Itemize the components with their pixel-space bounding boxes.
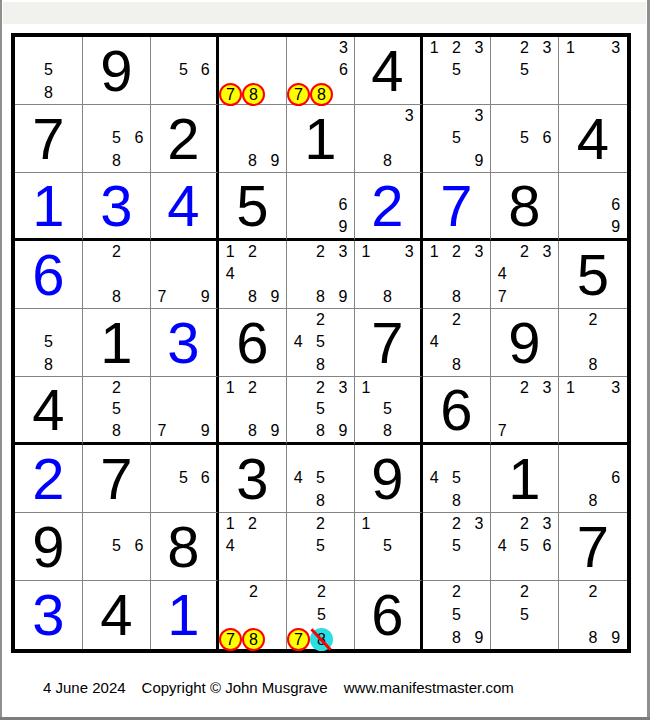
cell-r8c1[interactable]: 9: [15, 513, 83, 581]
candidate-slot-4: [219, 59, 242, 81]
candidate-slot-3: 3: [398, 105, 420, 127]
cell-r3c8[interactable]: 8: [491, 173, 559, 241]
candidate-slot-5: [173, 263, 195, 285]
candidate-slot-8: [173, 420, 195, 442]
cell-r2c3[interactable]: 2: [151, 105, 219, 173]
cell-r7c9[interactable]: 68: [559, 445, 627, 513]
candidate-slot-7: 7: [287, 626, 310, 649]
cell-r2c9[interactable]: 4: [559, 105, 627, 173]
candidate-slot-5: [582, 399, 605, 421]
cell-r3c2[interactable]: 3: [83, 173, 151, 241]
candidate-slot-4: 4: [423, 331, 445, 353]
cell-r1c7[interactable]: 1235: [423, 37, 491, 105]
candidate-slot-3: [332, 309, 354, 331]
candidate-slot-4: [219, 399, 241, 421]
candidate-slot-1: [423, 105, 445, 127]
candidate-slot-7: 7: [491, 420, 513, 442]
cell-r1c8[interactable]: 235: [491, 37, 559, 105]
candidate-slot-1: [287, 37, 310, 59]
cell-r1c6[interactable]: 4: [355, 37, 423, 105]
candidate-slot-8: [173, 490, 195, 512]
candidate-slot-8: 8: [445, 354, 467, 376]
candidate-slot-8: 8: [241, 286, 263, 308]
cell-r2c6[interactable]: 38: [355, 105, 423, 173]
solved-digit: 3: [83, 173, 150, 238]
cell-r2c1[interactable]: 7: [15, 105, 83, 173]
candidate-slot-3: [264, 377, 286, 399]
given-digit: 7: [559, 513, 627, 580]
cell-r4c3[interactable]: 79: [151, 241, 219, 309]
candidate-slot-7: [287, 420, 309, 442]
candidate-grid: 69: [287, 173, 354, 238]
cell-r3c5[interactable]: 69: [287, 173, 355, 241]
given-digit: 1: [491, 445, 558, 512]
candidate-slot-3: 3: [536, 241, 558, 263]
cell-r6c3[interactable]: 79: [151, 377, 219, 445]
candidate-slot-7: [423, 150, 445, 172]
cell-r5c1[interactable]: 58: [15, 309, 83, 377]
candidate-slot-1: [355, 105, 377, 127]
candidate-slot-8: [445, 150, 467, 172]
given-digit: 9: [491, 309, 558, 376]
candidate-slot-4: [83, 535, 105, 557]
cell-r3c3[interactable]: 4: [151, 173, 219, 241]
candidate-slot-3: [536, 105, 558, 127]
candidate-slot-9: 9: [604, 626, 627, 649]
candidate-grid: 69: [559, 173, 627, 238]
candidate-slot-8: 8: [582, 626, 605, 649]
candidate-slot-9: [604, 82, 627, 104]
cell-r9c7[interactable]: 2589: [423, 581, 491, 649]
cell-r8c6[interactable]: 15: [355, 513, 423, 581]
candidate-slot-9: 9: [468, 150, 490, 172]
cell-r3c1[interactable]: 1: [15, 173, 83, 241]
candidate-slot-2: 2: [513, 581, 535, 604]
candidate-slot-8: 8: [582, 490, 605, 512]
cell-r4c1[interactable]: 6: [15, 241, 83, 309]
candidate-slot-9: [265, 81, 286, 104]
candidate-slot-7: [83, 150, 105, 172]
candidate-grid: 12489: [219, 241, 286, 308]
candidate-slot-6: [332, 399, 354, 421]
candidate-slot-4: [15, 331, 37, 353]
candidate-slot-6: [60, 331, 82, 353]
candidate-slot-3: [265, 37, 286, 59]
candidate-slot-3: [468, 581, 490, 604]
cell-r1c3[interactable]: 56: [151, 37, 219, 105]
cell-r7c3[interactable]: 56: [151, 445, 219, 513]
candidate-slot-9: 9: [264, 286, 286, 308]
candidate-slot-7: [83, 420, 105, 442]
candidate-slot-3: [398, 377, 420, 399]
candidate-slot-2: 2: [309, 241, 331, 263]
candidate-slot-4: [83, 399, 105, 421]
footer-website: www.manifestmaster.com: [344, 679, 514, 696]
candidate-slot-8: [309, 558, 331, 580]
candidate-slot-3: [264, 513, 286, 535]
candidate-slot-6: 6: [194, 59, 216, 81]
candidate-slot-9: 9: [332, 286, 354, 308]
candidate-slot-5: 5: [309, 535, 331, 557]
candidate-slot-5: [309, 263, 331, 285]
candidate-slot-7: 7: [491, 286, 513, 308]
candidate-slot-2: 2: [582, 581, 605, 604]
candidate-slot-1: [219, 105, 241, 127]
candidate-grid: 289: [559, 581, 627, 649]
candidate-slot-5: 5: [173, 467, 195, 489]
candidate-grid: 25: [287, 513, 354, 580]
cell-r5c8[interactable]: 9: [491, 309, 559, 377]
candidate-grid: 58: [15, 37, 82, 104]
candidate-slot-5: [582, 467, 605, 489]
cell-r4c4[interactable]: 12489: [219, 241, 287, 309]
candidate-slot-8: 8: [377, 420, 399, 442]
cell-r5c7[interactable]: 248: [423, 309, 491, 377]
candidate-grid: 258: [83, 377, 150, 442]
given-digit: 2: [151, 105, 216, 172]
candidate-slot-1: [287, 241, 309, 263]
candidate-grid: 458: [423, 445, 490, 512]
candidate-slot-2: 2: [513, 377, 535, 399]
candidate-slot-2: [241, 105, 263, 127]
candidate-slot-1: 1: [559, 37, 582, 59]
cell-r8c3[interactable]: 8: [151, 513, 219, 581]
given-digit: 7: [355, 309, 420, 376]
cell-r8c9[interactable]: 7: [559, 513, 627, 581]
candidate-slot-7: [423, 354, 445, 376]
candidate-slot-3: [264, 105, 286, 127]
candidate-slot-6: [332, 467, 354, 489]
cell-r8c7[interactable]: 235: [423, 513, 491, 581]
cell-r9c6[interactable]: 6: [355, 581, 423, 649]
candidate-slot-7: [559, 626, 582, 649]
candidate-slot-6: [604, 604, 627, 627]
candidate-grid: 235: [423, 513, 490, 580]
candidate-slot-9: [128, 286, 150, 308]
candidate-slot-6: [468, 331, 490, 353]
cell-r4c9[interactable]: 5: [559, 241, 627, 309]
cell-r8c5[interactable]: 25: [287, 513, 355, 581]
given-digit: 9: [355, 445, 420, 512]
cell-r3c4[interactable]: 5: [219, 173, 287, 241]
candidate-slot-6: 6: [332, 195, 354, 217]
cell-r2c5[interactable]: 1: [287, 105, 355, 173]
candidate-slot-8: [309, 216, 331, 238]
candidate-slot-5: 5: [37, 331, 59, 353]
solved-digit: 3: [151, 309, 216, 376]
given-digit: 4: [83, 581, 150, 649]
cell-r2c8[interactable]: 56: [491, 105, 559, 173]
candidate-slot-8: [582, 216, 605, 238]
cell-r8c2[interactable]: 56: [83, 513, 151, 581]
candidate-slot-6: [264, 127, 286, 149]
candidate-slot-2: [310, 37, 333, 59]
candidate-slot-4: [83, 263, 105, 285]
given-digit: 9: [15, 513, 82, 580]
candidate-slot-4: [491, 59, 513, 81]
candidate-slot-7: [219, 286, 241, 308]
candidate-slot-9: 9: [604, 216, 627, 238]
candidate-slot-4: [423, 604, 445, 627]
cell-r7c1[interactable]: 2: [15, 445, 83, 513]
candidate-slot-2: [105, 513, 127, 535]
candidate-slot-8: 8: [105, 150, 127, 172]
given-digit: 8: [151, 513, 216, 580]
cell-r9c3[interactable]: 1: [151, 581, 219, 649]
cell-r9c2[interactable]: 4: [83, 581, 151, 649]
candidate-slot-8: [377, 558, 399, 580]
given-digit: 6: [423, 377, 490, 442]
cell-r5c5[interactable]: 2458: [287, 309, 355, 377]
cell-r6c8[interactable]: 237: [491, 377, 559, 445]
candidate-grid: 248: [423, 309, 490, 376]
candidate-grid: 13: [559, 37, 627, 104]
candidate-slot-4: [423, 127, 445, 149]
candidate-slot-5: 5: [513, 604, 535, 627]
candidate-slot-9: 9: [332, 216, 354, 238]
candidate-slot-7: [287, 216, 309, 238]
highlight-circle-yellow-7: 7: [219, 628, 242, 651]
candidate-slot-9: [265, 626, 286, 649]
candidate-slot-7: [15, 82, 37, 104]
candidate-slot-7: [559, 490, 582, 512]
candidate-slot-5: [445, 263, 467, 285]
cell-r6c9[interactable]: 13: [559, 377, 627, 445]
candidate-slot-9: 9: [194, 420, 216, 442]
cell-r5c4[interactable]: 6: [219, 309, 287, 377]
cell-r1c2[interactable]: 9: [83, 37, 151, 105]
cell-r4c2[interactable]: 28: [83, 241, 151, 309]
highlight-circle-yellow-7: 7: [287, 628, 310, 651]
candidate-slot-3: [332, 445, 354, 467]
candidate-slot-9: [536, 286, 558, 308]
candidate-slot-7: [423, 490, 445, 512]
candidate-slot-9: [604, 354, 627, 376]
candidate-slot-7: [491, 558, 513, 580]
cell-r7c8[interactable]: 1: [491, 445, 559, 513]
cell-r2c2[interactable]: 568: [83, 105, 151, 173]
candidate-slot-8: [445, 82, 467, 104]
candidate-slot-4: [287, 535, 309, 557]
cell-r5c3[interactable]: 3: [151, 309, 219, 377]
candidate-slot-5: [513, 263, 535, 285]
cell-r2c7[interactable]: 359: [423, 105, 491, 173]
candidate-slot-9: [536, 626, 558, 649]
candidate-slot-6: [264, 399, 286, 421]
cell-r6c6[interactable]: 158: [355, 377, 423, 445]
cell-r8c8[interactable]: 23456: [491, 513, 559, 581]
candidate-slot-6: [536, 263, 558, 285]
candidate-slot-3: [604, 173, 627, 195]
highlight-circle-yellow-8: 8: [242, 83, 265, 106]
candidate-slot-1: [559, 581, 582, 604]
candidate-slot-5: [582, 59, 605, 81]
cell-r1c4[interactable]: 78: [219, 37, 287, 105]
candidate-slot-3: [194, 445, 216, 467]
candidate-slot-9: [468, 490, 490, 512]
candidate-slot-6: [536, 59, 558, 81]
candidate-slot-2: [173, 445, 195, 467]
candidate-slot-7: [83, 286, 105, 308]
candidate-slot-9: [536, 82, 558, 104]
candidate-slot-5: [242, 59, 265, 81]
cell-r4c7[interactable]: 1238: [423, 241, 491, 309]
cell-r5c9[interactable]: 28: [559, 309, 627, 377]
candidate-slot-3: [264, 241, 286, 263]
candidate-slot-9: [332, 558, 354, 580]
candidate-slot-5: 5: [513, 127, 535, 149]
cell-r6c1[interactable]: 4: [15, 377, 83, 445]
candidate-slot-2: [37, 309, 59, 331]
candidate-grid: 138: [355, 241, 420, 308]
candidate-slot-5: [377, 263, 399, 285]
candidate-slot-5: [105, 263, 127, 285]
cell-r3c9[interactable]: 69: [559, 173, 627, 241]
candidate-slot-5: 5: [377, 399, 399, 421]
candidate-slot-1: [423, 445, 445, 467]
candidate-slot-7: 7: [219, 81, 242, 104]
candidate-slot-8: [513, 286, 535, 308]
cell-r1c1[interactable]: 58: [15, 37, 83, 105]
candidate-slot-6: [265, 604, 286, 627]
candidate-slot-2: 2: [105, 241, 127, 263]
candidate-slot-9: [332, 354, 354, 376]
candidate-slot-3: [333, 581, 354, 604]
cell-r6c5[interactable]: 23589: [287, 377, 355, 445]
candidate-slot-8: 8: [242, 626, 265, 649]
candidate-slot-6: [128, 263, 150, 285]
cell-r5c2[interactable]: 1: [83, 309, 151, 377]
candidate-grid: 89: [219, 105, 286, 172]
cell-r9c9[interactable]: 289: [559, 581, 627, 649]
candidate-slot-3: 3: [536, 37, 558, 59]
cell-r9c4[interactable]: 278: [219, 581, 287, 649]
candidate-slot-9: 9: [468, 626, 490, 649]
candidate-slot-3: 3: [332, 377, 354, 399]
candidate-slot-4: [287, 59, 310, 81]
cell-r9c1[interactable]: 3: [15, 581, 83, 649]
given-digit: 1: [83, 309, 150, 376]
candidate-slot-2: [377, 513, 399, 535]
candidate-slot-1: [559, 173, 582, 195]
candidate-slot-9: 9: [332, 420, 354, 442]
cell-r9c8[interactable]: 25: [491, 581, 559, 649]
candidate-slot-1: [15, 309, 37, 331]
candidate-slot-6: 6: [604, 467, 627, 489]
candidate-slot-1: [287, 513, 309, 535]
candidate-slot-2: [445, 105, 467, 127]
cell-r7c2[interactable]: 7: [83, 445, 151, 513]
cell-r5c6[interactable]: 7: [355, 309, 423, 377]
candidate-slot-7: [423, 82, 445, 104]
candidate-slot-2: [242, 37, 265, 59]
candidate-slot-2: 2: [445, 241, 467, 263]
candidate-slot-4: [151, 263, 173, 285]
given-digit: 4: [15, 377, 82, 442]
candidate-slot-7: [287, 286, 309, 308]
cell-r7c5[interactable]: 458: [287, 445, 355, 513]
footer-date: 4 June 2024: [43, 679, 126, 696]
candidate-slot-1: [83, 105, 105, 127]
candidate-slot-2: [173, 241, 195, 263]
cell-r3c6[interactable]: 2: [355, 173, 423, 241]
candidate-slot-8: 8: [310, 626, 333, 649]
cell-r1c9[interactable]: 13: [559, 37, 627, 105]
candidate-grid: 1238: [423, 241, 490, 308]
candidate-slot-2: [377, 105, 399, 127]
solved-digit: 2: [15, 445, 82, 512]
candidate-slot-6: [264, 535, 286, 557]
candidate-slot-4: [559, 331, 582, 353]
candidate-slot-7: [423, 626, 445, 649]
candidate-slot-4: [559, 467, 582, 489]
cell-r6c7[interactable]: 6: [423, 377, 491, 445]
candidate-slot-7: [287, 354, 309, 376]
candidate-slot-4: [559, 604, 582, 627]
candidate-slot-9: [536, 558, 558, 580]
highlight-circle-yellow-7: 7: [219, 83, 242, 106]
candidate-slot-5: 5: [309, 467, 331, 489]
candidate-slot-3: 3: [468, 105, 490, 127]
candidate-slot-1: [491, 105, 513, 127]
candidate-slot-4: [355, 399, 377, 421]
candidate-grid: 1235: [423, 37, 490, 104]
cell-r7c7[interactable]: 458: [423, 445, 491, 513]
candidate-slot-6: 6: [604, 195, 627, 217]
candidate-slot-6: [332, 263, 354, 285]
cell-r2c4[interactable]: 89: [219, 105, 287, 173]
candidate-slot-5: 5: [309, 399, 331, 421]
candidate-slot-3: 3: [468, 37, 490, 59]
candidate-grid: 15: [355, 513, 420, 580]
cell-r1c5[interactable]: 3678: [287, 37, 355, 105]
candidate-slot-2: 2: [445, 513, 467, 535]
candidate-slot-4: [491, 399, 513, 421]
cell-r7c6[interactable]: 9: [355, 445, 423, 513]
candidate-slot-1: 1: [559, 377, 582, 399]
candidate-slot-9: [194, 490, 216, 512]
candidate-slot-9: [264, 558, 286, 580]
candidate-slot-3: [332, 173, 354, 195]
cell-r7c4[interactable]: 3: [219, 445, 287, 513]
candidate-slot-5: [310, 59, 333, 81]
candidate-grid: 235: [491, 37, 558, 104]
candidate-grid: 458: [287, 445, 354, 512]
candidate-slot-8: 8: [309, 286, 331, 308]
cell-r6c4[interactable]: 1289: [219, 377, 287, 445]
cell-r6c2[interactable]: 258: [83, 377, 151, 445]
candidate-grid: 28: [83, 241, 150, 308]
candidate-slot-4: [559, 59, 582, 81]
candidate-slot-8: 8: [37, 354, 59, 376]
candidate-slot-5: [377, 127, 399, 149]
candidate-slot-7: [559, 354, 582, 376]
candidate-slot-1: 1: [423, 37, 445, 59]
candidate-slot-6: [332, 331, 354, 353]
cell-r4c8[interactable]: 2347: [491, 241, 559, 309]
candidate-slot-1: [287, 445, 309, 467]
cell-r4c6[interactable]: 138: [355, 241, 423, 309]
candidate-slot-1: [287, 309, 309, 331]
candidate-slot-7: [491, 150, 513, 172]
candidate-slot-5: 5: [513, 535, 535, 557]
cell-r3c7[interactable]: 7: [423, 173, 491, 241]
candidate-slot-5: 5: [105, 127, 127, 149]
cell-r9c5[interactable]: 2578: [287, 581, 355, 649]
candidate-slot-6: [468, 127, 490, 149]
cell-r4c5[interactable]: 2389: [287, 241, 355, 309]
cell-r8c4[interactable]: 124: [219, 513, 287, 581]
